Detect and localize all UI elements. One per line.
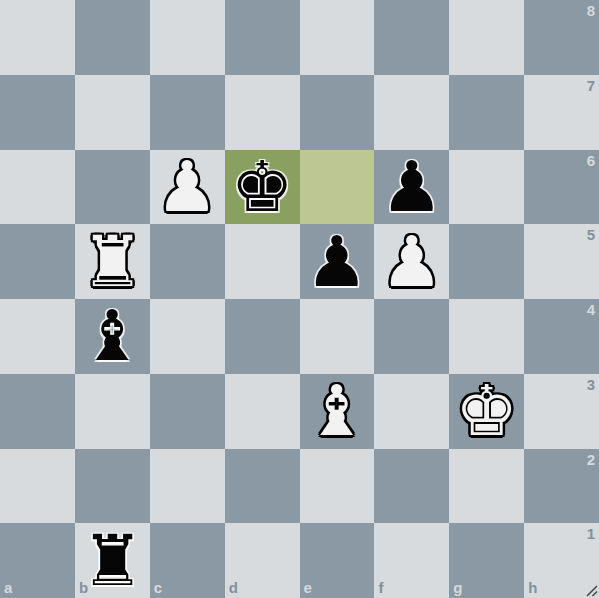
square-a2[interactable]	[0, 449, 75, 524]
square-b5[interactable]: ♜	[75, 224, 150, 299]
square-c8[interactable]	[150, 0, 225, 75]
square-a1[interactable]: a	[0, 523, 75, 598]
black-bishop[interactable]: ♝	[81, 299, 144, 373]
black-king[interactable]: ♚	[231, 150, 294, 224]
square-c1[interactable]: c	[150, 523, 225, 598]
square-c3[interactable]	[150, 374, 225, 449]
file-label-d: d	[229, 580, 238, 595]
square-f3[interactable]	[374, 374, 449, 449]
square-f1[interactable]: f	[374, 523, 449, 598]
square-g2[interactable]	[449, 449, 524, 524]
square-g3[interactable]: ♚	[449, 374, 524, 449]
square-c6[interactable]: ♟	[150, 150, 225, 225]
square-a4[interactable]	[0, 299, 75, 374]
chess-board: 87♟♚♟6♜♟♟5♝4♝♚32a♜bcdefgh1	[0, 0, 599, 598]
square-a5[interactable]	[0, 224, 75, 299]
square-e4[interactable]	[300, 299, 375, 374]
file-label-g: g	[453, 580, 462, 595]
square-h3[interactable]: 3	[524, 374, 599, 449]
square-f4[interactable]	[374, 299, 449, 374]
square-d1[interactable]: d	[225, 523, 300, 598]
board-resize-handle[interactable]	[584, 583, 598, 597]
square-f8[interactable]	[374, 0, 449, 75]
rank-label-3: 3	[587, 377, 595, 392]
square-a6[interactable]	[0, 150, 75, 225]
file-label-e: e	[304, 580, 312, 595]
square-h6[interactable]: 6	[524, 150, 599, 225]
square-g6[interactable]	[449, 150, 524, 225]
square-d2[interactable]	[225, 449, 300, 524]
square-e2[interactable]	[300, 449, 375, 524]
square-f6[interactable]: ♟	[374, 150, 449, 225]
square-g4[interactable]	[449, 299, 524, 374]
square-c7[interactable]	[150, 75, 225, 150]
square-e8[interactable]	[300, 0, 375, 75]
square-h2[interactable]: 2	[524, 449, 599, 524]
square-b3[interactable]	[75, 374, 150, 449]
rank-label-8: 8	[587, 3, 595, 18]
square-d8[interactable]	[225, 0, 300, 75]
rank-label-5: 5	[587, 227, 595, 242]
square-e1[interactable]: e	[300, 523, 375, 598]
square-b6[interactable]	[75, 150, 150, 225]
square-a3[interactable]	[0, 374, 75, 449]
square-b8[interactable]	[75, 0, 150, 75]
black-pawn[interactable]: ♟	[380, 150, 443, 224]
rank-label-7: 7	[587, 78, 595, 93]
file-label-a: a	[4, 580, 12, 595]
square-h7[interactable]: 7	[524, 75, 599, 150]
file-label-f: f	[378, 580, 383, 595]
square-h5[interactable]: 5	[524, 224, 599, 299]
black-pawn[interactable]: ♟	[306, 225, 369, 299]
square-h4[interactable]: 4	[524, 299, 599, 374]
square-d6[interactable]: ♚	[225, 150, 300, 225]
square-a7[interactable]	[0, 75, 75, 150]
square-d5[interactable]	[225, 224, 300, 299]
square-c5[interactable]	[150, 224, 225, 299]
square-h1[interactable]: h1	[524, 523, 599, 598]
square-d7[interactable]	[225, 75, 300, 150]
black-rook[interactable]: ♜	[81, 524, 144, 598]
square-g7[interactable]	[449, 75, 524, 150]
square-e3[interactable]: ♝	[300, 374, 375, 449]
square-c4[interactable]	[150, 299, 225, 374]
square-b7[interactable]	[75, 75, 150, 150]
square-a8[interactable]	[0, 0, 75, 75]
square-b2[interactable]	[75, 449, 150, 524]
white-king[interactable]: ♚	[455, 374, 518, 448]
square-f7[interactable]	[374, 75, 449, 150]
square-g8[interactable]	[449, 0, 524, 75]
file-label-c: c	[154, 580, 162, 595]
square-f5[interactable]: ♟	[374, 224, 449, 299]
white-bishop[interactable]: ♝	[306, 374, 369, 448]
file-label-h: h	[528, 580, 537, 595]
square-d3[interactable]	[225, 374, 300, 449]
square-e5[interactable]: ♟	[300, 224, 375, 299]
square-h8[interactable]: 8	[524, 0, 599, 75]
square-e6[interactable]	[300, 150, 375, 225]
white-pawn[interactable]: ♟	[156, 150, 219, 224]
square-f2[interactable]	[374, 449, 449, 524]
square-e7[interactable]	[300, 75, 375, 150]
square-d4[interactable]	[225, 299, 300, 374]
square-g1[interactable]: g	[449, 523, 524, 598]
rank-label-6: 6	[587, 153, 595, 168]
square-g5[interactable]	[449, 224, 524, 299]
white-rook[interactable]: ♜	[81, 225, 144, 299]
rank-label-1: 1	[587, 526, 595, 541]
square-c2[interactable]	[150, 449, 225, 524]
rank-label-2: 2	[587, 452, 595, 467]
rank-label-4: 4	[587, 302, 595, 317]
square-b4[interactable]: ♝	[75, 299, 150, 374]
square-b1[interactable]: ♜b	[75, 523, 150, 598]
white-pawn[interactable]: ♟	[380, 225, 443, 299]
